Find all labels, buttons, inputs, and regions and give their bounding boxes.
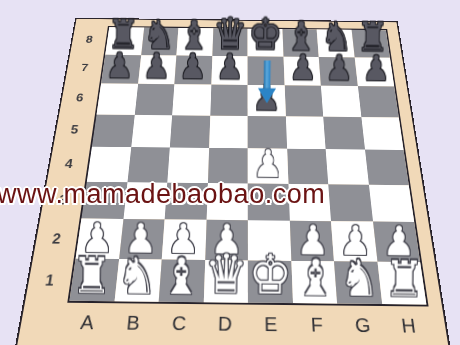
square-f6[interactable] bbox=[284, 85, 323, 116]
rank-label-6: 6 bbox=[59, 82, 99, 113]
board-grid: ♜♞♝♛♚♝♞♜♟♟♟♟♟♟♟♟♟♟♟♟♟♟♟♟♜♞♝♛♚♝♞♜ bbox=[67, 26, 428, 306]
square-a1[interactable]: ♜ bbox=[69, 258, 118, 301]
piece-white-rook-a1[interactable]: ♜ bbox=[72, 250, 112, 300]
square-f7[interactable]: ♟ bbox=[283, 56, 321, 85]
piece-black-pawn-b7[interactable]: ♟ bbox=[142, 48, 170, 83]
square-h5[interactable] bbox=[361, 117, 404, 150]
piece-black-pawn-d7[interactable]: ♟ bbox=[216, 49, 244, 84]
square-d1[interactable]: ♛ bbox=[203, 260, 248, 303]
square-d5[interactable] bbox=[209, 115, 248, 148]
piece-white-bishop-f1[interactable]: ♝ bbox=[295, 252, 335, 302]
piece-white-bishop-c1[interactable]: ♝ bbox=[161, 251, 201, 301]
rank-label-4: 4 bbox=[47, 146, 90, 182]
piece-black-pawn-h7[interactable]: ♟ bbox=[362, 51, 390, 86]
square-c1[interactable]: ♝ bbox=[159, 259, 205, 302]
piece-black-pawn-c7[interactable]: ♟ bbox=[179, 49, 207, 84]
piece-black-pawn-f7[interactable]: ♟ bbox=[289, 50, 317, 85]
move-arrow-icon bbox=[258, 60, 277, 103]
square-d6[interactable] bbox=[210, 85, 248, 116]
square-c7[interactable]: ♟ bbox=[174, 55, 212, 84]
square-h6[interactable] bbox=[358, 86, 399, 117]
square-a4[interactable] bbox=[87, 147, 131, 182]
square-e8[interactable]: ♚ bbox=[248, 29, 284, 57]
square-g6[interactable] bbox=[321, 86, 361, 117]
piece-black-king-e8[interactable]: ♚ bbox=[248, 12, 283, 56]
square-b7[interactable]: ♟ bbox=[138, 55, 177, 84]
square-e6[interactable]: ♟ bbox=[248, 85, 286, 116]
square-c6[interactable] bbox=[172, 84, 211, 115]
square-f1[interactable]: ♝ bbox=[291, 260, 337, 303]
square-c4[interactable] bbox=[167, 147, 208, 182]
app-background: 87654321 ♜♞♝♛♚♝♞♜♟♟♟♟♟♟♟♟♟♟♟♟♟♟♟♟♜♞♝♛♚♝♞… bbox=[0, 0, 460, 345]
square-a7[interactable]: ♟ bbox=[101, 55, 141, 84]
piece-white-rook-h1[interactable]: ♜ bbox=[384, 253, 424, 303]
file-label-h: H bbox=[383, 302, 436, 345]
square-e1[interactable]: ♚ bbox=[248, 260, 293, 303]
rank-label-5: 5 bbox=[53, 113, 95, 146]
rank-label-8: 8 bbox=[70, 26, 108, 54]
file-labels: ABCDEFGH bbox=[60, 299, 435, 345]
file-label-d: D bbox=[201, 300, 248, 345]
square-b5[interactable] bbox=[131, 114, 172, 147]
rank-label-1: 1 bbox=[25, 259, 74, 303]
piece-black-pawn-a7[interactable]: ♟ bbox=[106, 48, 134, 83]
file-label-a: A bbox=[60, 299, 113, 345]
piece-black-pawn-g7[interactable]: ♟ bbox=[325, 50, 353, 85]
square-f5[interactable] bbox=[285, 116, 325, 149]
square-g5[interactable] bbox=[323, 116, 364, 149]
file-label-e: E bbox=[248, 301, 295, 345]
square-h1[interactable]: ♜ bbox=[377, 261, 426, 304]
file-label-f: F bbox=[293, 301, 342, 345]
square-g1[interactable]: ♞ bbox=[334, 261, 382, 304]
file-label-c: C bbox=[154, 300, 203, 345]
move-arrow-head bbox=[258, 88, 276, 103]
piece-white-king-e1[interactable]: ♚ bbox=[249, 248, 293, 303]
move-arrow-shaft bbox=[264, 60, 271, 88]
piece-white-knight-b1[interactable]: ♞ bbox=[117, 250, 157, 300]
piece-white-queen-d1[interactable]: ♛ bbox=[204, 247, 248, 302]
square-b6[interactable] bbox=[134, 84, 174, 115]
piece-white-knight-g1[interactable]: ♞ bbox=[340, 253, 380, 303]
file-label-g: G bbox=[338, 302, 389, 345]
square-g4[interactable] bbox=[326, 149, 369, 184]
square-a6[interactable] bbox=[97, 83, 138, 114]
square-h4[interactable] bbox=[365, 150, 409, 185]
file-label-b: B bbox=[107, 299, 158, 345]
square-h7[interactable]: ♟ bbox=[354, 57, 394, 86]
watermark-text: www.mamadebaobao.com bbox=[0, 179, 325, 210]
piece-white-pawn-e4[interactable]: ♟ bbox=[253, 144, 284, 182]
square-g7[interactable]: ♟ bbox=[319, 57, 358, 86]
rank-label-7: 7 bbox=[65, 53, 104, 83]
square-a5[interactable] bbox=[92, 114, 135, 147]
square-d4[interactable] bbox=[208, 148, 248, 183]
square-b1[interactable]: ♞ bbox=[114, 259, 162, 302]
square-b4[interactable] bbox=[127, 147, 170, 182]
square-d7[interactable]: ♟ bbox=[211, 56, 248, 85]
square-c5[interactable] bbox=[170, 115, 210, 148]
